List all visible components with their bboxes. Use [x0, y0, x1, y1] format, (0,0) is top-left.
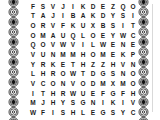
grid-cell[interactable]: E [88, 89, 98, 99]
chain-ring-icon [138, 77, 149, 87]
grid-cell[interactable]: S [108, 21, 118, 31]
grid-cell[interactable]: C [128, 31, 138, 41]
chain-ring-icon [8, 87, 19, 97]
grid-cell[interactable]: Q [28, 41, 38, 51]
grid-cell[interactable]: D [88, 70, 98, 80]
chain-ring-icon [8, 0, 19, 7]
grid-cell[interactable]: H [68, 108, 78, 118]
grid-cell[interactable]: V [68, 79, 78, 89]
grid-cell[interactable]: O [28, 31, 38, 41]
chain-ring-icon [138, 57, 149, 67]
grid-cell[interactable]: X [108, 79, 118, 89]
grid-cell[interactable]: W [28, 108, 38, 118]
grid-cell[interactable]: O [128, 79, 138, 89]
grid-cell[interactable]: R [58, 89, 68, 99]
grid-cell[interactable]: O [48, 79, 58, 89]
grid-cell[interactable]: Y [108, 31, 118, 41]
grid-cell[interactable]: H [48, 99, 58, 109]
grid-cell[interactable]: C [38, 79, 48, 89]
page-edge-line [152, 4, 153, 112]
grid-cell[interactable]: R [38, 21, 48, 31]
chain-ring-icon [138, 107, 149, 117]
grid-cell[interactable]: Z [108, 2, 118, 12]
chain-ring-icon [8, 37, 19, 47]
grid-cell[interactable]: S [108, 108, 118, 118]
grid-cell[interactable]: Y [108, 12, 118, 22]
grid-cell[interactable]: T [128, 21, 138, 31]
grid-cell[interactable]: H [78, 60, 88, 70]
grid-cell[interactable]: N [118, 70, 128, 80]
chain-ring-icon [8, 7, 19, 17]
chain-ring-icon [8, 117, 19, 120]
chain-ring-icon [8, 67, 19, 77]
grid-cell[interactable]: O [128, 70, 138, 80]
grid-cell[interactable]: N [88, 99, 98, 109]
grid-cell[interactable]: G [78, 99, 88, 109]
chain-ring-icon [8, 17, 19, 27]
grid-cell[interactable]: Z [88, 60, 98, 70]
grid-cell[interactable]: A [48, 31, 58, 41]
grid-cell[interactable]: S [58, 108, 68, 118]
grid-cell[interactable]: Q [118, 2, 128, 12]
chain-ring-icon [138, 37, 149, 47]
grid-cell[interactable]: L [78, 108, 88, 118]
grid-cell[interactable]: T [28, 12, 38, 22]
grid-cell[interactable]: A [78, 12, 88, 22]
grid-cell[interactable]: M [28, 99, 38, 109]
grid-cell[interactable]: E [128, 41, 138, 51]
grid-cell[interactable]: O [58, 70, 68, 80]
grid-cell[interactable]: S [38, 2, 48, 12]
chain-border-right [138, 0, 149, 120]
grid-cell[interactable]: M [68, 50, 78, 60]
grid-cell[interactable]: I [128, 12, 138, 22]
grid-cell[interactable]: D [98, 12, 108, 22]
grid-cell[interactable]: H [108, 60, 118, 70]
grid-cell[interactable]: X [88, 21, 98, 31]
grid-cell[interactable]: V [128, 99, 138, 109]
grid-cell[interactable]: V [28, 79, 38, 89]
grid-cell[interactable]: D [88, 79, 98, 89]
grid-cell[interactable]: M [38, 31, 48, 41]
grid-cell[interactable]: H [38, 70, 48, 80]
grid-cell[interactable]: B [68, 12, 78, 22]
grid-cell[interactable]: O [38, 41, 48, 51]
chain-ring-icon [138, 0, 149, 7]
grid-cell[interactable]: E [108, 41, 118, 51]
grid-cell[interactable]: P [128, 50, 138, 60]
grid-cell[interactable]: J [38, 99, 48, 109]
grid-cell[interactable]: K [48, 60, 58, 70]
grid-cell[interactable]: L [88, 41, 98, 51]
grid-cell[interactable]: J [48, 12, 58, 22]
chain-ring-icon [138, 17, 149, 27]
grid-cell[interactable]: O [88, 31, 98, 41]
grid-cell[interactable]: O [88, 50, 98, 60]
chain-ring-icon [138, 117, 149, 120]
grid-cell[interactable]: I [68, 2, 78, 12]
grid-cell[interactable]: C [128, 108, 138, 118]
grid-cell[interactable]: K [88, 12, 98, 22]
word-search-page: FSVJIKDEZQOTAJIBAKDYSIORVFKUXBSITOMAUQLO… [0, 0, 160, 120]
grid-cell[interactable]: H [48, 89, 58, 99]
grid-cell[interactable]: V [48, 41, 58, 51]
chain-ring-icon [8, 77, 19, 87]
grid-cell[interactable]: O [28, 21, 38, 31]
grid-cell[interactable]: Y [118, 108, 128, 118]
grid-cell[interactable]: E [98, 2, 108, 12]
grid-cell[interactable]: R [48, 70, 58, 80]
grid-cell[interactable]: E [88, 108, 98, 118]
grid-cell[interactable]: N [48, 50, 58, 60]
grid-cell[interactable]: K [68, 21, 78, 31]
chain-border-left [8, 0, 19, 120]
grid-cell[interactable]: D [88, 2, 98, 12]
grid-cell[interactable]: T [38, 89, 48, 99]
grid-cell[interactable]: V [48, 21, 58, 31]
grid-cell[interactable]: V [28, 50, 38, 60]
grid-cell[interactable]: V [48, 2, 58, 12]
chain-ring-icon [138, 27, 149, 37]
chain-ring-icon [8, 97, 19, 107]
grid-cell[interactable]: L [78, 31, 88, 41]
chain-ring-icon [138, 97, 149, 107]
grid-cell[interactable]: A [38, 12, 48, 22]
grid-cell[interactable]: W [58, 41, 68, 51]
grid-cell[interactable]: B [98, 21, 108, 31]
grid-cell[interactable]: S [108, 70, 118, 80]
grid-cell[interactable]: I [78, 41, 88, 51]
grid-cell[interactable]: O [78, 79, 88, 89]
grid-cell[interactable]: H [78, 50, 88, 60]
grid-cell[interactable]: U [38, 50, 48, 60]
grid-cell[interactable]: M [98, 79, 108, 89]
word-search-grid: FSVJIKDEZQOTAJIBAKDYSIORVFKUXBSITOMAUQLO… [28, 2, 138, 118]
chain-ring-icon [8, 27, 19, 37]
grid-cell[interactable]: F [28, 2, 38, 12]
grid-cell[interactable]: Y [28, 60, 38, 70]
grid-cell[interactable]: K [78, 2, 88, 12]
grid-cell[interactable]: V [68, 41, 78, 51]
grid-cell[interactable]: I [98, 99, 108, 109]
grid-cell[interactable]: F [38, 108, 48, 118]
grid-cell[interactable]: N [118, 41, 128, 51]
grid-cell[interactable]: S [118, 12, 128, 22]
grid-cell[interactable]: I [28, 89, 38, 99]
grid-cell[interactable]: L [28, 70, 38, 80]
grid-cell[interactable]: M [98, 50, 108, 60]
grid-cell[interactable]: M [118, 79, 128, 89]
grid-cell[interactable]: J [58, 2, 68, 12]
grid-cell[interactable]: S [68, 99, 78, 109]
chain-ring-icon [138, 67, 149, 77]
chain-ring-icon [8, 107, 19, 117]
grid-cell[interactable]: N [58, 79, 68, 89]
grid-cell[interactable]: U [78, 21, 88, 31]
grid-cell[interactable]: H [128, 89, 138, 99]
grid-cell[interactable]: W [118, 31, 128, 41]
chain-ring-icon [8, 57, 19, 67]
grid-cell[interactable]: I [58, 12, 68, 22]
grid-cell[interactable]: W [68, 70, 78, 80]
chain-ring-icon [138, 87, 149, 97]
grid-cell[interactable]: K [108, 99, 118, 109]
grid-cell[interactable]: M [58, 50, 68, 60]
grid-cell[interactable]: N [128, 60, 138, 70]
grid-cell[interactable]: G [108, 89, 118, 99]
grid-cell[interactable]: V [118, 60, 128, 70]
grid-cell[interactable]: I [48, 108, 58, 118]
grid-cell[interactable]: K [118, 50, 128, 60]
chain-ring-icon [138, 7, 149, 17]
grid-cell[interactable]: Q [68, 31, 78, 41]
grid-cell[interactable]: R [38, 60, 48, 70]
grid-cell[interactable]: E [58, 60, 68, 70]
grid-cell[interactable]: F [118, 89, 128, 99]
grid-cell[interactable]: O [128, 2, 138, 12]
grid-cell[interactable]: U [58, 31, 68, 41]
grid-cell[interactable]: W [98, 41, 108, 51]
grid-cell[interactable]: F [58, 21, 68, 31]
chain-ring-icon [138, 47, 149, 57]
grid-cell[interactable]: T [78, 70, 88, 80]
grid-cell[interactable]: E [108, 50, 118, 60]
grid-cell[interactable]: Z [98, 60, 108, 70]
grid-cell[interactable]: U [78, 89, 88, 99]
grid-cell[interactable]: I [118, 99, 128, 109]
grid-cell[interactable]: G [98, 70, 108, 80]
grid-cell[interactable]: F [98, 89, 108, 99]
chain-ring-icon [8, 47, 19, 57]
grid-cell[interactable]: Y [58, 99, 68, 109]
grid-cell[interactable]: E [98, 31, 108, 41]
grid-cell[interactable]: G [98, 108, 108, 118]
grid-cell[interactable]: T [68, 60, 78, 70]
grid-cell[interactable]: I [118, 21, 128, 31]
grid-cell[interactable]: W [68, 89, 78, 99]
